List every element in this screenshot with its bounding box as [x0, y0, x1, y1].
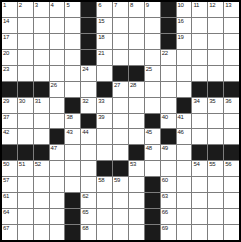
cell-r5c6[interactable]: 24	[81, 66, 96, 81]
cell-r4c10[interactable]	[145, 50, 160, 65]
clue-number: 14	[3, 18, 9, 25]
cell-r12c3[interactable]	[34, 177, 49, 192]
cell-r14c6[interactable]: 65	[81, 209, 96, 224]
clue-number: 29	[3, 98, 9, 105]
cell-r4c9[interactable]	[129, 50, 144, 65]
cell-r9c9[interactable]	[129, 129, 144, 144]
cell-r12c1[interactable]: 57	[2, 177, 17, 192]
cell-r8c9[interactable]	[129, 114, 144, 129]
black-cell-r11c7	[97, 161, 112, 176]
clue-number: 66	[162, 209, 168, 216]
cell-r14c12[interactable]	[177, 209, 192, 224]
clue-number: 12	[209, 2, 215, 9]
black-cell-r10c13	[192, 145, 207, 160]
crossword-grid: 1234567891011121314151617181920212223242…	[0, 0, 241, 242]
clue-number: 7	[114, 2, 117, 9]
cell-r15c2[interactable]	[18, 225, 33, 240]
cell-r8c13[interactable]	[192, 114, 207, 129]
cell-r12c5[interactable]	[65, 177, 80, 192]
cell-r10c10[interactable]: 48	[145, 145, 160, 160]
cell-r15c1[interactable]: 67	[2, 225, 17, 240]
clue-number: 58	[98, 177, 104, 184]
cell-r9c1[interactable]: 42	[2, 129, 17, 144]
cell-r2c9[interactable]	[129, 18, 144, 33]
cell-r6c11[interactable]	[161, 82, 176, 97]
cell-r1c13[interactable]: 11	[192, 2, 207, 17]
cell-r9c5[interactable]: 43	[65, 129, 80, 144]
clue-number: 19	[178, 34, 184, 41]
cell-r3c9[interactable]	[129, 34, 144, 49]
cell-r13c12[interactable]	[177, 193, 192, 208]
clue-number: 39	[98, 114, 104, 121]
clue-number: 57	[3, 177, 9, 184]
black-cell-r1c6	[81, 2, 96, 17]
cell-r6c4[interactable]: 26	[50, 82, 65, 97]
clue-number: 35	[209, 98, 215, 105]
cell-r13c1[interactable]: 61	[2, 193, 17, 208]
cell-r4c3[interactable]	[34, 50, 49, 65]
cell-r12c9[interactable]	[129, 177, 144, 192]
cell-r7c15[interactable]: 36	[224, 98, 239, 113]
cell-r4c8[interactable]	[113, 50, 128, 65]
cell-r11c10[interactable]	[145, 161, 160, 176]
clue-number: 52	[35, 161, 41, 168]
clue-number: 28	[130, 82, 136, 89]
clue-number: 20	[3, 50, 9, 57]
cell-r14c7[interactable]	[97, 209, 112, 224]
cell-r5c12[interactable]	[177, 66, 192, 81]
cell-r12c2[interactable]	[18, 177, 33, 192]
cell-r2c7[interactable]: 15	[97, 18, 112, 33]
clue-number: 49	[162, 145, 168, 152]
cell-r8c12[interactable]: 41	[177, 114, 192, 129]
cell-r15c11[interactable]: 69	[161, 225, 176, 240]
cell-r4c14[interactable]	[208, 50, 223, 65]
clue-number: 24	[82, 66, 88, 73]
cell-r7c10[interactable]	[145, 98, 160, 113]
cell-r15c4[interactable]	[50, 225, 65, 240]
cell-r14c3[interactable]	[34, 209, 49, 224]
cell-r9c3[interactable]	[34, 129, 49, 144]
black-cell-r14c10	[145, 209, 160, 224]
clue-number: 16	[178, 18, 184, 25]
clue-number: 69	[162, 225, 168, 232]
cell-r2c15[interactable]	[224, 18, 239, 33]
clue-number: 63	[162, 193, 168, 200]
black-cell-r10c15	[224, 145, 239, 160]
cell-r15c7[interactable]	[97, 225, 112, 240]
clue-number: 64	[3, 209, 9, 216]
clue-number: 65	[82, 209, 88, 216]
cell-r14c1[interactable]: 64	[2, 209, 17, 224]
black-cell-r9c4	[50, 129, 65, 144]
clue-number: 30	[19, 98, 25, 105]
clue-number: 46	[178, 129, 184, 136]
cell-r13c13[interactable]	[192, 193, 207, 208]
clue-number: 55	[209, 161, 215, 168]
black-cell-r10c9	[129, 145, 144, 160]
cell-r1c14[interactable]: 12	[208, 2, 223, 17]
cell-r10c12[interactable]	[177, 145, 192, 160]
black-cell-r9c11	[161, 129, 176, 144]
cell-r5c14[interactable]	[208, 66, 223, 81]
cell-r1c12[interactable]: 10	[177, 2, 192, 17]
cell-r13c8[interactable]	[113, 193, 128, 208]
cell-r8c8[interactable]	[113, 114, 128, 129]
cell-r9c15[interactable]	[224, 129, 239, 144]
cell-r7c1[interactable]: 29	[2, 98, 17, 113]
cell-r4c7[interactable]: 21	[97, 50, 112, 65]
cell-r4c1[interactable]: 20	[2, 50, 17, 65]
cell-r15c3[interactable]	[34, 225, 49, 240]
cell-r1c8[interactable]: 7	[113, 2, 128, 17]
black-cell-r7c5	[65, 98, 80, 113]
cell-r10c7[interactable]	[97, 145, 112, 160]
cell-r11c3[interactable]: 52	[34, 161, 49, 176]
cell-r14c4[interactable]	[50, 209, 65, 224]
cell-r8c4[interactable]	[50, 114, 65, 129]
clue-number: 15	[98, 18, 104, 25]
cell-r8c15[interactable]	[224, 114, 239, 129]
cell-r13c3[interactable]	[34, 193, 49, 208]
cell-r2c2[interactable]	[18, 18, 33, 33]
clue-number: 50	[3, 161, 9, 168]
clue-number: 11	[193, 2, 199, 9]
black-cell-r5c9	[129, 66, 144, 81]
clue-number: 67	[3, 225, 9, 232]
cell-r13c4[interactable]	[50, 193, 65, 208]
cell-r5c5[interactable]	[65, 66, 80, 81]
cell-r5c13[interactable]	[192, 66, 207, 81]
cell-r8c7[interactable]: 39	[97, 114, 112, 129]
black-cell-r6c7	[97, 82, 112, 97]
cell-r11c12[interactable]	[177, 161, 192, 176]
cell-r12c11[interactable]: 60	[161, 177, 176, 192]
black-cell-r6c14	[208, 82, 223, 97]
cell-r15c15[interactable]	[224, 225, 239, 240]
cell-r15c13[interactable]	[192, 225, 207, 240]
cell-r8c5[interactable]: 38	[65, 114, 80, 129]
clue-number: 2	[19, 2, 22, 9]
cell-r14c11[interactable]: 66	[161, 209, 176, 224]
cell-r14c13[interactable]	[192, 209, 207, 224]
black-cell-r11c8	[113, 161, 128, 176]
cell-r13c9[interactable]	[129, 193, 144, 208]
black-cell-r8c10	[145, 114, 160, 129]
black-cell-r13c10	[145, 193, 160, 208]
cell-r1c2[interactable]: 2	[18, 2, 33, 17]
black-cell-r5c8	[113, 66, 128, 81]
clue-number: 27	[114, 82, 120, 89]
clue-number: 48	[146, 145, 152, 152]
clue-number: 59	[114, 177, 120, 184]
cell-r3c3[interactable]	[34, 34, 49, 49]
black-cell-r12c10	[145, 177, 160, 192]
cell-r6c12[interactable]	[177, 82, 192, 97]
cell-r2c14[interactable]	[208, 18, 223, 33]
cell-r7c2[interactable]: 30	[18, 98, 33, 113]
clue-number: 37	[3, 114, 9, 121]
cell-r3c10[interactable]	[145, 34, 160, 49]
cell-r3c12[interactable]: 19	[177, 34, 192, 49]
cell-r8c11[interactable]: 40	[161, 114, 176, 129]
black-cell-r7c12	[177, 98, 192, 113]
clue-number: 8	[130, 2, 133, 9]
clue-number: 41	[178, 114, 184, 121]
cell-r14c15[interactable]	[224, 209, 239, 224]
black-cell-r8c6	[81, 114, 96, 129]
black-cell-r13c5	[65, 193, 80, 208]
cell-r11c4[interactable]	[50, 161, 65, 176]
clue-number: 4	[51, 2, 54, 9]
black-cell-r15c10	[145, 225, 160, 240]
cell-r2c3[interactable]	[34, 18, 49, 33]
clue-number: 47	[51, 145, 57, 152]
cell-r7c6[interactable]: 32	[81, 98, 96, 113]
black-cell-r10c3	[34, 145, 49, 160]
cell-r5c15[interactable]	[224, 66, 239, 81]
cell-r10c6[interactable]	[81, 145, 96, 160]
cell-r9c2[interactable]	[18, 129, 33, 144]
cell-r2c10[interactable]	[145, 18, 160, 33]
cell-r8c2[interactable]	[18, 114, 33, 129]
cell-r1c7[interactable]: 6	[97, 2, 112, 17]
cell-r13c7[interactable]	[97, 193, 112, 208]
clue-number: 22	[162, 50, 168, 57]
black-cell-r3c11	[161, 34, 176, 49]
cell-r15c12[interactable]	[177, 225, 192, 240]
cell-r1c4[interactable]: 4	[50, 2, 65, 17]
cell-r3c14[interactable]	[208, 34, 223, 49]
black-cell-r2c6	[81, 18, 96, 33]
cell-r12c12[interactable]	[177, 177, 192, 192]
cell-r9c7[interactable]	[97, 129, 112, 144]
black-cell-r14c5	[65, 209, 80, 224]
clue-number: 45	[146, 129, 152, 136]
cell-r9c12[interactable]: 46	[177, 129, 192, 144]
clue-number: 60	[162, 177, 168, 184]
cell-r8c1[interactable]: 37	[2, 114, 17, 129]
clue-number: 68	[82, 225, 88, 232]
black-cell-r4c6	[81, 50, 96, 65]
cell-r2c8[interactable]	[113, 18, 128, 33]
clue-number: 23	[3, 66, 9, 73]
cell-r12c7[interactable]: 58	[97, 177, 112, 192]
cell-r13c6[interactable]: 62	[81, 193, 96, 208]
cell-r2c4[interactable]	[50, 18, 65, 33]
cell-r11c14[interactable]: 55	[208, 161, 223, 176]
cell-r13c14[interactable]	[208, 193, 223, 208]
cell-r3c1[interactable]: 17	[2, 34, 17, 49]
clue-number: 44	[82, 129, 88, 136]
cell-r11c11[interactable]	[161, 161, 176, 176]
cell-r9c6[interactable]: 44	[81, 129, 96, 144]
cell-r3c13[interactable]	[192, 34, 207, 49]
cell-r7c4[interactable]	[50, 98, 65, 113]
black-cell-r10c1	[2, 145, 17, 160]
cell-r1c15[interactable]: 13	[224, 2, 239, 17]
cell-r1c3[interactable]: 3	[34, 2, 49, 17]
cell-r12c15[interactable]	[224, 177, 239, 192]
clue-number: 5	[66, 2, 69, 9]
cell-r10c8[interactable]	[113, 145, 128, 160]
cell-r2c5[interactable]	[65, 18, 80, 33]
cell-r2c13[interactable]	[192, 18, 207, 33]
cell-r6c5[interactable]	[65, 82, 80, 97]
cell-r14c2[interactable]	[18, 209, 33, 224]
cell-r12c6[interactable]	[81, 177, 96, 192]
cell-r10c5[interactable]	[65, 145, 80, 160]
cell-r5c10[interactable]: 25	[145, 66, 160, 81]
cell-r15c9[interactable]	[129, 225, 144, 240]
cell-r1c9[interactable]: 8	[129, 2, 144, 17]
cell-r1c5[interactable]: 5	[65, 2, 80, 17]
cell-r9c13[interactable]	[192, 129, 207, 144]
cell-r15c6[interactable]: 68	[81, 225, 96, 240]
cell-r11c6[interactable]	[81, 161, 96, 176]
cell-r7c3[interactable]: 31	[34, 98, 49, 113]
cell-r12c8[interactable]: 59	[113, 177, 128, 192]
black-cell-r15c5	[65, 225, 80, 240]
cell-r7c14[interactable]: 35	[208, 98, 223, 113]
cell-r13c2[interactable]	[18, 193, 33, 208]
cell-r4c11[interactable]: 22	[161, 50, 176, 65]
clue-number: 25	[146, 66, 152, 73]
cell-r7c7[interactable]: 33	[97, 98, 112, 113]
cell-r11c15[interactable]: 56	[224, 161, 239, 176]
cell-r5c4[interactable]	[50, 66, 65, 81]
black-cell-r10c2	[18, 145, 33, 160]
clue-number: 54	[193, 161, 199, 168]
cell-r6c6[interactable]	[81, 82, 96, 97]
cell-r6c9[interactable]: 28	[129, 82, 144, 97]
cell-r8c3[interactable]	[34, 114, 49, 129]
cell-r14c9[interactable]	[129, 209, 144, 224]
cell-r3c2[interactable]	[18, 34, 33, 49]
black-cell-r1c11	[161, 2, 176, 17]
clue-number: 61	[3, 193, 9, 200]
black-cell-r6c2	[18, 82, 33, 97]
cell-r6c8[interactable]: 27	[113, 82, 128, 97]
clue-number: 1	[3, 2, 6, 9]
clue-number: 31	[35, 98, 41, 105]
clue-number: 56	[225, 161, 231, 168]
cell-r5c7[interactable]	[97, 66, 112, 81]
black-cell-r3c6	[81, 34, 96, 49]
cell-r13c11[interactable]: 63	[161, 193, 176, 208]
black-cell-r6c13	[192, 82, 207, 97]
clue-number: 40	[162, 114, 168, 121]
cell-r7c11[interactable]	[161, 98, 176, 113]
cell-r7c8[interactable]	[113, 98, 128, 113]
cell-r5c1[interactable]: 23	[2, 66, 17, 81]
cell-r5c11[interactable]	[161, 66, 176, 81]
cell-r4c13[interactable]	[192, 50, 207, 65]
cell-r4c15[interactable]	[224, 50, 239, 65]
clue-number: 18	[98, 34, 104, 41]
clue-number: 53	[130, 161, 136, 168]
cell-r10c4[interactable]: 47	[50, 145, 65, 160]
cell-r11c1[interactable]: 50	[2, 161, 17, 176]
cell-r11c9[interactable]: 53	[129, 161, 144, 176]
clue-number: 34	[193, 98, 199, 105]
cell-r9c8[interactable]	[113, 129, 128, 144]
cell-r4c5[interactable]	[65, 50, 80, 65]
clue-number: 21	[98, 50, 104, 57]
cell-r3c15[interactable]	[224, 34, 239, 49]
clue-number: 33	[98, 98, 104, 105]
cell-r2c1[interactable]: 14	[2, 18, 17, 33]
cell-r12c4[interactable]	[50, 177, 65, 192]
clue-number: 10	[178, 2, 184, 9]
cell-r12c13[interactable]	[192, 177, 207, 192]
cell-r11c13[interactable]: 54	[192, 161, 207, 176]
clue-number: 43	[66, 129, 72, 136]
cell-r10c11[interactable]: 49	[161, 145, 176, 160]
cell-r15c14[interactable]	[208, 225, 223, 240]
cell-r3c7[interactable]: 18	[97, 34, 112, 49]
black-cell-r6c15	[224, 82, 239, 97]
cell-r2c12[interactable]: 16	[177, 18, 192, 33]
clue-number: 51	[19, 161, 25, 168]
black-cell-r6c1	[2, 82, 17, 97]
black-cell-r6c3	[34, 82, 49, 97]
cell-r7c13[interactable]: 34	[192, 98, 207, 113]
clue-number: 42	[3, 129, 9, 136]
cell-r15c8[interactable]	[113, 225, 128, 240]
cell-r13c15[interactable]	[224, 193, 239, 208]
clue-number: 17	[3, 34, 9, 41]
cell-r11c2[interactable]: 51	[18, 161, 33, 176]
cell-r1c10[interactable]: 9	[145, 2, 160, 17]
cell-r4c4[interactable]	[50, 50, 65, 65]
cell-r8c14[interactable]	[208, 114, 223, 129]
clue-number: 62	[82, 193, 88, 200]
cell-r3c4[interactable]	[50, 34, 65, 49]
cell-r14c14[interactable]	[208, 209, 223, 224]
clue-number: 26	[51, 82, 57, 89]
cell-r7c9[interactable]	[129, 98, 144, 113]
black-cell-r10c14	[208, 145, 223, 160]
cell-r3c5[interactable]	[65, 34, 80, 49]
cell-r5c2[interactable]	[18, 66, 33, 81]
clue-number: 32	[82, 98, 88, 105]
cell-r4c2[interactable]	[18, 50, 33, 65]
clue-number: 3	[35, 2, 38, 9]
cell-r5c3[interactable]	[34, 66, 49, 81]
cell-r4c12[interactable]	[177, 50, 192, 65]
clue-number: 36	[225, 98, 231, 105]
black-cell-r2c11	[161, 18, 176, 33]
cell-r9c10[interactable]: 45	[145, 129, 160, 144]
cell-r11c5[interactable]	[65, 161, 80, 176]
clue-number: 13	[225, 2, 231, 9]
cell-r9c14[interactable]	[208, 129, 223, 144]
cell-r3c8[interactable]	[113, 34, 128, 49]
clue-number: 6	[98, 2, 101, 9]
cell-r6c10[interactable]	[145, 82, 160, 97]
clue-number: 38	[66, 114, 72, 121]
cell-r1c1[interactable]: 1	[2, 2, 17, 17]
cell-r12c14[interactable]	[208, 177, 223, 192]
clue-number: 9	[146, 2, 149, 9]
cell-r14c8[interactable]	[113, 209, 128, 224]
